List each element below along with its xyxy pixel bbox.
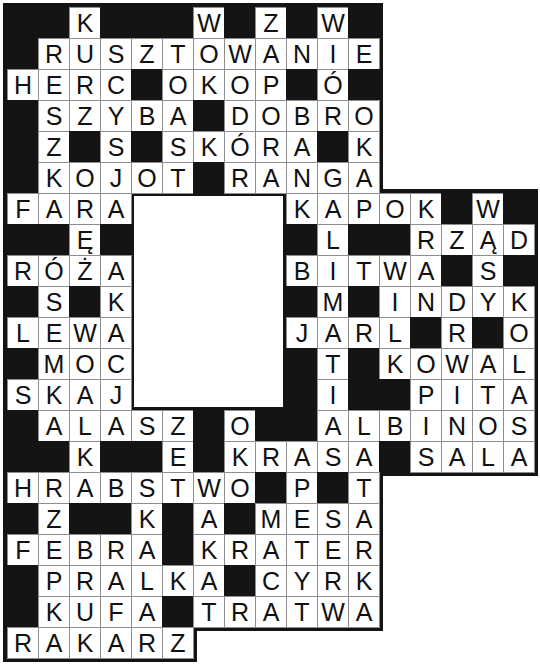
letter-cell-r13c7: O: [224, 410, 256, 442]
letter-cell-r11c1: M: [38, 348, 70, 380]
letter-cell-r3c5: A: [162, 100, 194, 132]
letter-cell-r15c9: P: [286, 472, 318, 504]
letter-cell-r19c9: T: [286, 596, 318, 628]
letter-cell-r6c10: A: [317, 193, 349, 225]
letter-cell-r4c8: R: [255, 131, 287, 163]
black-cell-r0c1: [38, 7, 70, 39]
letter-cell-r17c9: T: [286, 534, 318, 566]
letter-cell-r20c5: Z: [162, 627, 194, 659]
letter-cell-r6c1: A: [38, 193, 70, 225]
black-cell-r3c6: [193, 100, 225, 132]
black-cell-r9c11: [348, 286, 380, 318]
letter-cell-r16c11: A: [348, 503, 380, 535]
letter-cell-r13c1: A: [38, 410, 70, 442]
letter-cell-r10c14: R: [441, 317, 473, 349]
letter-cell-r8c2: Ż: [69, 255, 101, 287]
letter-cell-r11c3: C: [100, 348, 132, 380]
letter-cell-r0c10: W: [317, 7, 349, 39]
letter-cell-r14c9: A: [286, 441, 318, 473]
letter-cell-r19c2: U: [69, 596, 101, 628]
letter-cell-r10c2: W: [69, 317, 101, 349]
letter-cell-r16c8: M: [255, 503, 287, 535]
letter-cell-r4c5: S: [162, 131, 194, 163]
letter-cell-r18c9: Y: [286, 565, 318, 597]
black-cell-r6c16: [503, 193, 535, 225]
letter-cell-r12c15: T: [472, 379, 504, 411]
letter-cell-r3c4: B: [131, 100, 163, 132]
letter-cell-r19c8: A: [255, 596, 287, 628]
letter-cell-r6c15: W: [472, 193, 504, 225]
letter-cell-r5c2: O: [69, 162, 101, 194]
letter-cell-r2c2: R: [69, 69, 101, 101]
letter-cell-r5c8: A: [255, 162, 287, 194]
letter-cell-r13c15: O: [472, 410, 504, 442]
letter-cell-r6c12: O: [379, 193, 411, 225]
letter-cell-r6c13: K: [410, 193, 442, 225]
letter-cell-r19c3: F: [100, 596, 132, 628]
letter-cell-r3c7: D: [224, 100, 256, 132]
black-cell-r13c6: [193, 410, 225, 442]
black-cell-r11c11: [348, 348, 380, 380]
letter-cell-r4c9: A: [286, 131, 318, 163]
black-cell-r11c9: [286, 348, 318, 380]
black-cell-r14c12: [379, 441, 411, 473]
letter-cell-r1c3: S: [100, 38, 132, 70]
letter-cell-r14c7: K: [224, 441, 256, 473]
black-cell-r16c7: [224, 503, 256, 535]
letter-cell-r10c1: E: [38, 317, 70, 349]
black-cell-r12c12: [379, 379, 411, 411]
picture-cutout: [134, 196, 283, 407]
letter-cell-r20c3: A: [100, 627, 132, 659]
letter-cell-r12c0: S: [7, 379, 39, 411]
black-cell-r8c14: [441, 255, 473, 287]
letter-cell-r4c1: Z: [38, 131, 70, 163]
letter-cell-r7c10: L: [317, 224, 349, 256]
letter-cell-r18c2: R: [69, 565, 101, 597]
letter-cell-r4c11: K: [348, 131, 380, 163]
black-cell-r13c8: [255, 410, 287, 442]
letter-cell-r14c16: A: [503, 441, 535, 473]
black-cell-r6c14: [441, 193, 473, 225]
black-cell-r17c5: [162, 534, 194, 566]
letter-cell-r17c11: R: [348, 534, 380, 566]
letter-cell-r18c5: K: [162, 565, 194, 597]
letter-cell-r8c0: R: [7, 255, 39, 287]
letter-cell-r13c4: S: [131, 410, 163, 442]
letter-cell-r8c3: A: [100, 255, 132, 287]
black-cell-r0c5: [162, 7, 194, 39]
letter-cell-r19c10: W: [317, 596, 349, 628]
black-cell-r13c0: [7, 410, 39, 442]
letter-cell-r17c10: E: [317, 534, 349, 566]
black-cell-r9c0: [7, 286, 39, 318]
letter-cell-r5c7: R: [224, 162, 256, 194]
letter-cell-r15c6: W: [193, 472, 225, 504]
letter-cell-r13c11: L: [348, 410, 380, 442]
black-cell-r10c13: [410, 317, 442, 349]
letter-cell-r12c16: A: [503, 379, 535, 411]
letter-cell-r8c1: Ó: [38, 255, 70, 287]
black-cell-r16c5: [162, 503, 194, 535]
black-cell-r9c9: [286, 286, 318, 318]
letter-cell-r6c0: F: [7, 193, 39, 225]
letter-cell-r3c2: Z: [69, 100, 101, 132]
black-cell-r12c9: [286, 379, 318, 411]
black-cell-r7c3: [100, 224, 132, 256]
letter-cell-r10c10: A: [317, 317, 349, 349]
letter-cell-r2c8: P: [255, 69, 287, 101]
letter-cell-r1c6: O: [193, 38, 225, 70]
black-cell-r11c0: [7, 348, 39, 380]
letter-cell-r1c4: Z: [131, 38, 163, 70]
letter-cell-r2c1: E: [38, 69, 70, 101]
letter-cell-r19c4: A: [131, 596, 163, 628]
letter-cell-r14c2: K: [69, 441, 101, 473]
letter-cell-r12c1: K: [38, 379, 70, 411]
letter-cell-r13c14: N: [441, 410, 473, 442]
black-cell-r14c0: [7, 441, 39, 473]
letter-cell-r11c14: W: [441, 348, 473, 380]
black-cell-r0c4: [131, 7, 163, 39]
letter-cell-r1c1: R: [38, 38, 70, 70]
black-cell-r14c3: [100, 441, 132, 473]
letter-cell-r9c1: S: [38, 286, 70, 318]
letter-cell-r14c10: S: [317, 441, 349, 473]
letter-cell-r11c2: O: [69, 348, 101, 380]
letter-cell-r5c3: J: [100, 162, 132, 194]
letter-cell-r11c15: A: [472, 348, 504, 380]
letter-cell-r9c16: K: [503, 286, 535, 318]
black-cell-r9c2: [69, 286, 101, 318]
letter-cell-r17c8: A: [255, 534, 287, 566]
black-cell-r16c0: [7, 503, 39, 535]
letter-cell-r1c9: N: [286, 38, 318, 70]
letter-cell-r13c2: L: [69, 410, 101, 442]
letter-cell-r12c14: I: [441, 379, 473, 411]
letter-cell-r9c3: K: [100, 286, 132, 318]
letter-cell-r3c1: S: [38, 100, 70, 132]
letter-cell-r13c16: S: [503, 410, 535, 442]
letter-cell-r1c5: T: [162, 38, 194, 70]
black-cell-r4c0: [7, 131, 39, 163]
letter-cell-r10c16: O: [503, 317, 535, 349]
letter-cell-r18c8: C: [255, 565, 287, 597]
letter-cell-r6c9: K: [286, 193, 318, 225]
letter-cell-r7c13: R: [410, 224, 442, 256]
letter-cell-r8c13: A: [410, 255, 442, 287]
letter-cell-r14c5: E: [162, 441, 194, 473]
black-cell-r7c11: [348, 224, 380, 256]
black-cell-r7c0: [7, 224, 39, 256]
letter-cell-r12c13: P: [410, 379, 442, 411]
black-cell-r16c3: [100, 503, 132, 535]
letter-cell-r13c12: B: [379, 410, 411, 442]
black-cell-r7c9: [286, 224, 318, 256]
black-cell-r2c11: [348, 69, 380, 101]
letter-cell-r4c3: S: [100, 131, 132, 163]
black-cell-r8c16: [503, 255, 535, 287]
letter-cell-r16c6: A: [193, 503, 225, 535]
letter-cell-r0c2: K: [69, 7, 101, 39]
letter-cell-r17c4: A: [131, 534, 163, 566]
letter-cell-r3c11: O: [348, 100, 380, 132]
letter-cell-r1c7: W: [224, 38, 256, 70]
letter-cell-r18c3: A: [100, 565, 132, 597]
letter-cell-r9c10: M: [317, 286, 349, 318]
black-cell-r13c9: [286, 410, 318, 442]
letter-cell-r11c16: L: [503, 348, 535, 380]
letter-cell-r8c10: I: [317, 255, 349, 287]
letter-cell-r19c7: R: [224, 596, 256, 628]
letter-cell-r6c11: P: [348, 193, 380, 225]
letter-cell-r5c11: A: [348, 162, 380, 194]
black-cell-r19c0: [7, 596, 39, 628]
black-cell-r19c5: [162, 596, 194, 628]
letter-cell-r15c0: H: [7, 472, 39, 504]
letter-cell-r5c9: N: [286, 162, 318, 194]
black-cell-r0c7: [224, 7, 256, 39]
letter-cell-r3c9: B: [286, 100, 318, 132]
letter-cell-r16c9: E: [286, 503, 318, 535]
letter-cell-r14c15: L: [472, 441, 504, 473]
letter-cell-r18c11: K: [348, 565, 380, 597]
letter-cell-r0c8: Z: [255, 7, 287, 39]
letter-cell-r1c10: I: [317, 38, 349, 70]
letter-cell-r20c4: R: [131, 627, 163, 659]
black-cell-r4c2: [69, 131, 101, 163]
letter-cell-r20c1: A: [38, 627, 70, 659]
black-cell-r15c8: [255, 472, 287, 504]
letter-cell-r18c1: P: [38, 565, 70, 597]
letter-cell-r1c11: E: [348, 38, 380, 70]
letter-cell-r17c7: R: [224, 534, 256, 566]
letter-cell-r2c3: C: [100, 69, 132, 101]
letter-cell-r2c7: O: [224, 69, 256, 101]
letter-cell-r6c2: R: [69, 193, 101, 225]
letter-cell-r8c11: T: [348, 255, 380, 287]
black-cell-r18c7: [224, 565, 256, 597]
letter-cell-r16c10: S: [317, 503, 349, 535]
letter-cell-r19c6: T: [193, 596, 225, 628]
letter-cell-r4c7: Ó: [224, 131, 256, 163]
letter-cell-r17c2: B: [69, 534, 101, 566]
letter-cell-r8c12: W: [379, 255, 411, 287]
letter-cell-r15c3: B: [100, 472, 132, 504]
letter-cell-r20c2: K: [69, 627, 101, 659]
letter-cell-r10c3: A: [100, 317, 132, 349]
letter-cell-r20c0: R: [7, 627, 39, 659]
letter-cell-r8c9: B: [286, 255, 318, 287]
black-cell-r14c4: [131, 441, 163, 473]
letter-cell-r15c7: O: [224, 472, 256, 504]
letter-cell-r5c1: K: [38, 162, 70, 194]
letter-cell-r10c9: J: [286, 317, 318, 349]
letter-cell-r13c5: Z: [162, 410, 194, 442]
letter-cell-r9c12: I: [379, 286, 411, 318]
black-cell-r10c15: [472, 317, 504, 349]
black-cell-r4c4: [131, 131, 163, 163]
letter-cell-r14c13: S: [410, 441, 442, 473]
letter-cell-r15c11: T: [348, 472, 380, 504]
letter-cell-r3c8: O: [255, 100, 287, 132]
black-cell-r14c1: [38, 441, 70, 473]
letter-cell-r11c10: T: [317, 348, 349, 380]
letter-cell-r17c3: R: [100, 534, 132, 566]
black-cell-r1c0: [7, 38, 39, 70]
letter-cell-r5c4: O: [131, 162, 163, 194]
letter-cell-r8c15: S: [472, 255, 504, 287]
letter-cell-r18c10: R: [317, 565, 349, 597]
letter-cell-r15c4: S: [131, 472, 163, 504]
letter-cell-r7c2: Ę: [69, 224, 101, 256]
letter-cell-r3c10: R: [317, 100, 349, 132]
letter-cell-r7c14: Z: [441, 224, 473, 256]
black-cell-r2c9: [286, 69, 318, 101]
letter-cell-r19c1: K: [38, 596, 70, 628]
crossword-page: KWZWRUSZTOWANIEHERCOKOPÓSZYBADOBROZSSKÓR…: [0, 0, 540, 664]
black-cell-r0c3: [100, 7, 132, 39]
black-cell-r7c12: [379, 224, 411, 256]
letter-cell-r10c12: L: [379, 317, 411, 349]
letter-cell-r15c1: R: [38, 472, 70, 504]
black-cell-r18c0: [7, 565, 39, 597]
black-cell-r0c9: [286, 7, 318, 39]
letter-cell-r10c0: L: [7, 317, 39, 349]
letter-cell-r3c3: Y: [100, 100, 132, 132]
letter-cell-r17c0: F: [7, 534, 39, 566]
letter-cell-r2c5: O: [162, 69, 194, 101]
letter-cell-r13c10: A: [317, 410, 349, 442]
letter-cell-r15c5: T: [162, 472, 194, 504]
letter-cell-r16c4: K: [131, 503, 163, 535]
letter-cell-r13c13: I: [410, 410, 442, 442]
black-cell-r4c10: [317, 131, 349, 163]
letter-cell-r7c16: D: [503, 224, 535, 256]
letter-cell-r4c6: K: [193, 131, 225, 163]
letter-cell-r2c6: K: [193, 69, 225, 101]
letter-cell-r17c1: E: [38, 534, 70, 566]
letter-cell-r14c8: R: [255, 441, 287, 473]
letter-cell-r19c11: A: [348, 596, 380, 628]
letter-cell-r2c10: Ó: [317, 69, 349, 101]
black-cell-r0c11: [348, 7, 380, 39]
letter-cell-r5c5: T: [162, 162, 194, 194]
black-cell-r5c6: [193, 162, 225, 194]
letter-cell-r7c15: Ą: [472, 224, 504, 256]
black-cell-r12c11: [348, 379, 380, 411]
letter-cell-r1c2: U: [69, 38, 101, 70]
black-cell-r2c4: [131, 69, 163, 101]
letter-cell-r9c15: Y: [472, 286, 504, 318]
black-cell-r7c1: [38, 224, 70, 256]
black-cell-r5c0: [7, 162, 39, 194]
letter-cell-r14c11: A: [348, 441, 380, 473]
letter-cell-r12c2: A: [69, 379, 101, 411]
letter-cell-r18c4: L: [131, 565, 163, 597]
letter-cell-r13c3: A: [100, 410, 132, 442]
letter-cell-r1c8: A: [255, 38, 287, 70]
letter-cell-r2c0: H: [7, 69, 39, 101]
black-cell-r3c0: [7, 100, 39, 132]
letter-cell-r9c13: N: [410, 286, 442, 318]
letter-cell-r12c3: J: [100, 379, 132, 411]
letter-cell-r14c14: A: [441, 441, 473, 473]
letter-cell-r16c1: Z: [38, 503, 70, 535]
letter-cell-r6c3: A: [100, 193, 132, 225]
letter-cell-r0c6: W: [193, 7, 225, 39]
black-cell-r14c6: [193, 441, 225, 473]
letter-cell-r5c10: G: [317, 162, 349, 194]
letter-cell-r18c6: A: [193, 565, 225, 597]
black-cell-r16c2: [69, 503, 101, 535]
black-cell-r0c0: [7, 7, 39, 39]
black-cell-r15c10: [317, 472, 349, 504]
letter-cell-r9c14: D: [441, 286, 473, 318]
letter-cell-r17c6: K: [193, 534, 225, 566]
letter-cell-r11c13: O: [410, 348, 442, 380]
letter-cell-r10c11: R: [348, 317, 380, 349]
letter-cell-r11c12: K: [379, 348, 411, 380]
letter-cell-r12c10: I: [317, 379, 349, 411]
letter-cell-r15c2: A: [69, 472, 101, 504]
